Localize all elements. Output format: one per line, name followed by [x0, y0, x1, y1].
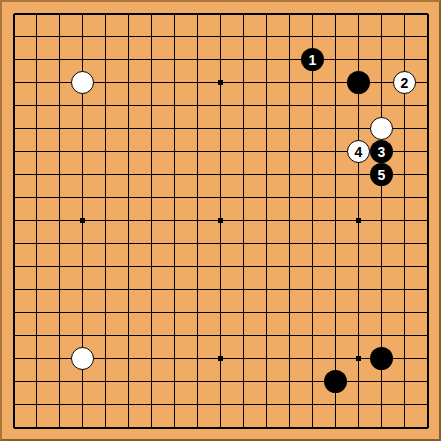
black-stone-p3	[324, 370, 347, 393]
white-stone-move-4: 4	[347, 140, 370, 163]
white-stone-move-2: 2	[393, 71, 416, 94]
black-stone-move-1: 1	[301, 48, 324, 71]
white-stone-d16	[71, 71, 94, 94]
black-stone-r4	[370, 347, 393, 370]
black-stone-q16	[347, 71, 370, 94]
white-stone-r14	[370, 117, 393, 140]
black-stone-move-3: 3	[370, 140, 393, 163]
go-board: 12435	[0, 0, 441, 441]
black-stone-move-5: 5	[370, 163, 393, 186]
stones-layer: 12435	[2, 2, 439, 439]
white-stone-d4	[71, 347, 94, 370]
